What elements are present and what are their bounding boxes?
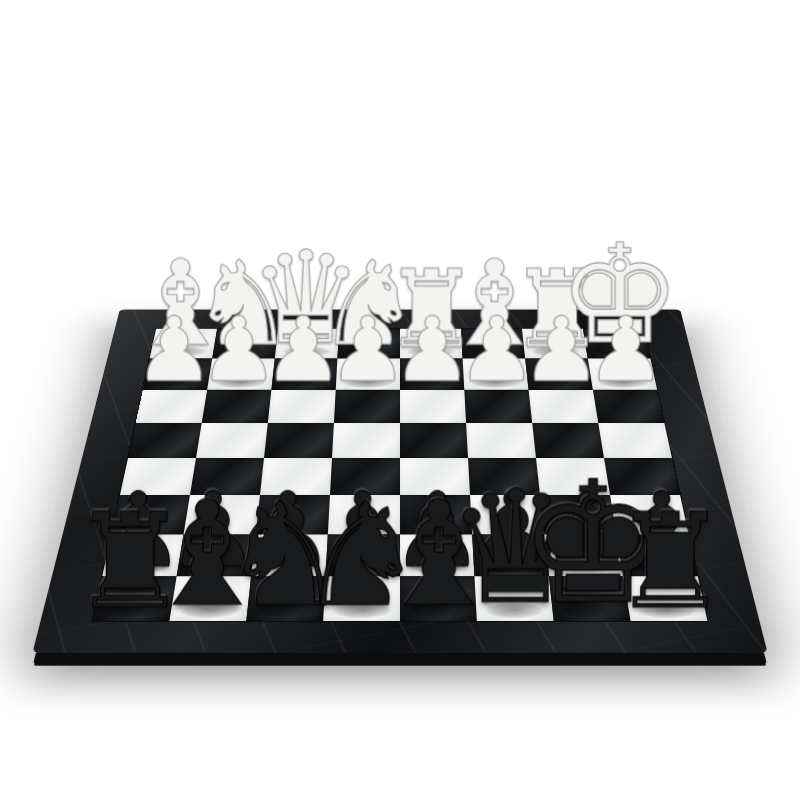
square-h3[interactable] [136, 390, 207, 423]
page-background: ♝♞♛♞♜♝♜♚♟♟♟♟♟♟♟♟♟♟♟♟♟♟♟♟♜♝♞♞♝♛♚♜ [0, 0, 800, 800]
square-f4[interactable] [264, 423, 334, 458]
square-a3[interactable] [593, 390, 664, 423]
black-rook[interactable]: ♜ [611, 495, 729, 627]
chess-board: ♝♞♛♞♜♝♜♚♟♟♟♟♟♟♟♟♟♟♟♟♟♟♟♟♜♝♞♞♝♛♚♜ [93, 329, 708, 621]
square-g3[interactable] [202, 390, 272, 423]
square-a2[interactable]: ♟ [588, 359, 657, 390]
square-b2[interactable]: ♟ [525, 359, 593, 390]
square-c2[interactable]: ♟ [463, 359, 529, 390]
chess-set-photo: ♝♞♛♞♜♝♜♚♟♟♟♟♟♟♟♟♟♟♟♟♟♟♟♟♜♝♞♞♝♛♚♜ [82, 140, 718, 776]
square-e2[interactable]: ♟ [336, 359, 400, 390]
square-g4[interactable] [196, 423, 268, 458]
square-e4[interactable] [332, 423, 400, 458]
chess-board-frame: ♝♞♛♞♜♝♜♚♟♟♟♟♟♟♟♟♟♟♟♟♟♟♟♟♜♝♞♞♝♛♚♜ [32, 310, 767, 653]
square-d4[interactable] [400, 423, 468, 458]
square-b3[interactable] [529, 390, 599, 423]
white-pawn[interactable]: ♟ [586, 305, 666, 394]
square-a8[interactable]: ♜ [623, 576, 707, 621]
square-h4[interactable] [128, 423, 202, 458]
square-f3[interactable] [268, 390, 336, 423]
square-e3[interactable] [334, 390, 400, 423]
square-c3[interactable] [464, 390, 532, 423]
square-d3[interactable] [400, 390, 466, 423]
square-d2[interactable]: ♟ [400, 359, 464, 390]
